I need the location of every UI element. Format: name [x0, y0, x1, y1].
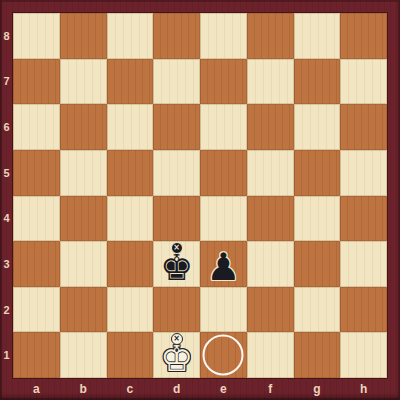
square-h2[interactable]: [340, 287, 387, 333]
chess-board: ♚×♟♚×: [13, 13, 387, 378]
square-h4[interactable]: [340, 196, 387, 242]
square-f3[interactable]: [247, 241, 294, 287]
square-h1[interactable]: [340, 332, 387, 378]
king-orb-cross-icon: ×: [171, 242, 183, 254]
square-f1[interactable]: [247, 332, 294, 378]
square-f2[interactable]: [247, 287, 294, 333]
rank-label-3: 3: [0, 241, 13, 287]
rank-label-8: 8: [0, 13, 13, 59]
square-b4[interactable]: [60, 196, 107, 242]
square-c4[interactable]: [107, 196, 154, 242]
square-a5[interactable]: [13, 150, 60, 196]
file-label-d: d: [153, 378, 200, 400]
file-label-b: b: [60, 378, 107, 400]
square-e3[interactable]: ♟: [200, 241, 247, 287]
square-c1[interactable]: [107, 332, 154, 378]
file-label-c: c: [107, 378, 154, 400]
square-a4[interactable]: [13, 196, 60, 242]
square-h5[interactable]: [340, 150, 387, 196]
black-pawn-glyph: ♟: [206, 248, 240, 286]
square-c7[interactable]: [107, 59, 154, 105]
square-c3[interactable]: [107, 241, 154, 287]
rank-label-6: 6: [0, 104, 13, 150]
square-b7[interactable]: [60, 59, 107, 105]
square-e8[interactable]: [200, 13, 247, 59]
square-c6[interactable]: [107, 104, 154, 150]
square-b2[interactable]: [60, 287, 107, 333]
square-e6[interactable]: [200, 104, 247, 150]
square-g3[interactable]: [294, 241, 341, 287]
file-label-f: f: [247, 378, 294, 400]
square-a7[interactable]: [13, 59, 60, 105]
square-c8[interactable]: [107, 13, 154, 59]
square-d4[interactable]: [153, 196, 200, 242]
square-b8[interactable]: [60, 13, 107, 59]
rank-label-4: 4: [0, 196, 13, 242]
file-label-a: a: [13, 378, 60, 400]
square-a2[interactable]: [13, 287, 60, 333]
square-e5[interactable]: [200, 150, 247, 196]
square-e4[interactable]: [200, 196, 247, 242]
square-g7[interactable]: [294, 59, 341, 105]
file-label-e: e: [200, 378, 247, 400]
black-pawn[interactable]: ♟: [200, 241, 247, 287]
square-f8[interactable]: [247, 13, 294, 59]
square-h3[interactable]: [340, 241, 387, 287]
square-f7[interactable]: [247, 59, 294, 105]
square-g5[interactable]: [294, 150, 341, 196]
square-a1[interactable]: [13, 332, 60, 378]
black-king[interactable]: ♚×: [153, 241, 200, 287]
square-e1[interactable]: [200, 332, 247, 378]
square-f6[interactable]: [247, 104, 294, 150]
square-a3[interactable]: [13, 241, 60, 287]
square-e7[interactable]: [200, 59, 247, 105]
rank-label-2: 2: [0, 287, 13, 333]
square-c5[interactable]: [107, 150, 154, 196]
file-label-g: g: [294, 378, 341, 400]
board-frame: 87654321 abcdefgh ♚×♟♚×: [0, 0, 400, 400]
square-b1[interactable]: [60, 332, 107, 378]
square-d3[interactable]: ♚×: [153, 241, 200, 287]
square-d1[interactable]: ♚×: [153, 332, 200, 378]
square-b3[interactable]: [60, 241, 107, 287]
annotation-circle-e1: [203, 335, 244, 376]
rank-label-5: 5: [0, 150, 13, 196]
square-g4[interactable]: [294, 196, 341, 242]
square-g8[interactable]: [294, 13, 341, 59]
square-g2[interactable]: [294, 287, 341, 333]
square-b6[interactable]: [60, 104, 107, 150]
square-h6[interactable]: [340, 104, 387, 150]
square-d8[interactable]: [153, 13, 200, 59]
square-f4[interactable]: [247, 196, 294, 242]
square-g6[interactable]: [294, 104, 341, 150]
king-orb-cross-icon: ×: [171, 333, 183, 345]
square-h8[interactable]: [340, 13, 387, 59]
white-king[interactable]: ♚×: [153, 332, 200, 378]
square-d5[interactable]: [153, 150, 200, 196]
square-d7[interactable]: [153, 59, 200, 105]
square-h7[interactable]: [340, 59, 387, 105]
square-b5[interactable]: [60, 150, 107, 196]
rank-label-7: 7: [0, 59, 13, 105]
file-labels: abcdefgh: [13, 378, 387, 400]
rank-labels: 87654321: [0, 13, 13, 378]
square-f5[interactable]: [247, 150, 294, 196]
square-g1[interactable]: [294, 332, 341, 378]
square-e2[interactable]: [200, 287, 247, 333]
rank-label-1: 1: [0, 332, 13, 378]
square-a8[interactable]: [13, 13, 60, 59]
square-d2[interactable]: [153, 287, 200, 333]
square-c2[interactable]: [107, 287, 154, 333]
black-king-glyph: ♚: [160, 249, 193, 286]
white-king-glyph: ♚: [160, 340, 193, 377]
square-a6[interactable]: [13, 104, 60, 150]
square-d6[interactable]: [153, 104, 200, 150]
file-label-h: h: [340, 378, 387, 400]
